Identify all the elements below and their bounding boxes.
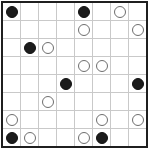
cell-r7c7[interactable] — [111, 111, 128, 128]
white-pearl — [96, 60, 108, 72]
cell-r7c6[interactable] — [93, 111, 110, 128]
cell-r6c2[interactable] — [21, 93, 38, 110]
masyu-board-container — [1, 1, 148, 148]
cell-r4c2[interactable] — [21, 57, 38, 74]
black-pearl — [6, 6, 18, 18]
cell-r2c3[interactable] — [39, 21, 56, 38]
black-pearl — [96, 132, 108, 144]
white-pearl — [78, 60, 90, 72]
black-pearl — [132, 78, 144, 90]
cell-r1c2[interactable] — [21, 3, 38, 20]
cell-r8c3[interactable] — [39, 129, 56, 146]
white-pearl — [114, 6, 126, 18]
cell-r7c2[interactable] — [21, 111, 38, 128]
masyu-board — [1, 1, 148, 148]
cell-r3c7[interactable] — [111, 39, 128, 56]
cell-r4c5[interactable] — [75, 57, 92, 74]
cell-r1c3[interactable] — [39, 3, 56, 20]
cell-r7c1[interactable] — [3, 111, 20, 128]
cell-r6c3[interactable] — [39, 93, 56, 110]
cell-r3c2[interactable] — [21, 39, 38, 56]
cell-r3c8[interactable] — [129, 39, 146, 56]
cell-r4c4[interactable] — [57, 57, 74, 74]
cell-r2c6[interactable] — [93, 21, 110, 38]
cell-r4c6[interactable] — [93, 57, 110, 74]
cell-r5c4[interactable] — [57, 75, 74, 92]
black-pearl — [78, 6, 90, 18]
white-pearl — [132, 114, 144, 126]
cell-r1c4[interactable] — [57, 3, 74, 20]
black-pearl — [24, 42, 36, 54]
cell-r3c4[interactable] — [57, 39, 74, 56]
cell-r8c6[interactable] — [93, 129, 110, 146]
cell-r5c5[interactable] — [75, 75, 92, 92]
cell-r6c5[interactable] — [75, 93, 92, 110]
white-pearl — [42, 96, 54, 108]
cell-r6c8[interactable] — [129, 93, 146, 110]
cell-r8c1[interactable] — [3, 129, 20, 146]
cell-r6c7[interactable] — [111, 93, 128, 110]
cell-r1c8[interactable] — [129, 3, 146, 20]
white-pearl — [96, 114, 108, 126]
cell-r2c4[interactable] — [57, 21, 74, 38]
white-pearl — [6, 114, 18, 126]
cell-r3c5[interactable] — [75, 39, 92, 56]
white-pearl — [132, 24, 144, 36]
cell-r2c7[interactable] — [111, 21, 128, 38]
cell-r3c1[interactable] — [3, 39, 20, 56]
cell-r5c1[interactable] — [3, 75, 20, 92]
cell-r8c2[interactable] — [21, 129, 38, 146]
cell-r1c6[interactable] — [93, 3, 110, 20]
white-pearl — [78, 24, 90, 36]
cell-r8c8[interactable] — [129, 129, 146, 146]
cell-r5c3[interactable] — [39, 75, 56, 92]
cell-r4c7[interactable] — [111, 57, 128, 74]
cell-r8c5[interactable] — [75, 129, 92, 146]
cell-r3c3[interactable] — [39, 39, 56, 56]
cell-r5c6[interactable] — [93, 75, 110, 92]
cell-r5c7[interactable] — [111, 75, 128, 92]
cell-r5c8[interactable] — [129, 75, 146, 92]
cell-r3c6[interactable] — [93, 39, 110, 56]
cell-r4c3[interactable] — [39, 57, 56, 74]
cell-r5c2[interactable] — [21, 75, 38, 92]
cell-r8c7[interactable] — [111, 129, 128, 146]
cell-r2c8[interactable] — [129, 21, 146, 38]
cell-r1c5[interactable] — [75, 3, 92, 20]
cell-r8c4[interactable] — [57, 129, 74, 146]
black-pearl — [60, 78, 72, 90]
cell-r1c7[interactable] — [111, 3, 128, 20]
cell-r4c8[interactable] — [129, 57, 146, 74]
cell-r2c2[interactable] — [21, 21, 38, 38]
white-pearl — [42, 42, 54, 54]
white-pearl — [24, 132, 36, 144]
cell-r6c4[interactable] — [57, 93, 74, 110]
black-pearl — [6, 132, 18, 144]
cell-r4c1[interactable] — [3, 57, 20, 74]
cell-r1c1[interactable] — [3, 3, 20, 20]
cell-r2c1[interactable] — [3, 21, 20, 38]
cell-r7c3[interactable] — [39, 111, 56, 128]
white-pearl — [78, 132, 90, 144]
cell-r7c8[interactable] — [129, 111, 146, 128]
cell-r6c1[interactable] — [3, 93, 20, 110]
cell-r6c6[interactable] — [93, 93, 110, 110]
cell-r2c5[interactable] — [75, 21, 92, 38]
cell-r7c5[interactable] — [75, 111, 92, 128]
cell-r7c4[interactable] — [57, 111, 74, 128]
